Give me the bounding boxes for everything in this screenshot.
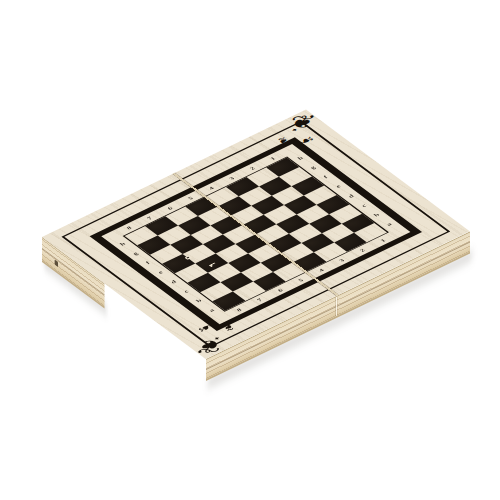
chessboard: 87654321 87654321 hgfedcba hgfedcba ❦ ❧ …: [42, 109, 470, 358]
fold-seam-edge: [336, 296, 338, 316]
fleuron-icon: ☙: [296, 133, 318, 147]
fleuron-icon: ❧: [271, 134, 295, 147]
product-photo: 87654321 87654321 hgfedcba hgfedcba ❦ ❧ …: [0, 0, 500, 500]
hinge-clasp: [55, 259, 58, 266]
fleuron-icon: ❧: [217, 321, 241, 334]
fleuron-icon: ☙: [194, 321, 216, 335]
